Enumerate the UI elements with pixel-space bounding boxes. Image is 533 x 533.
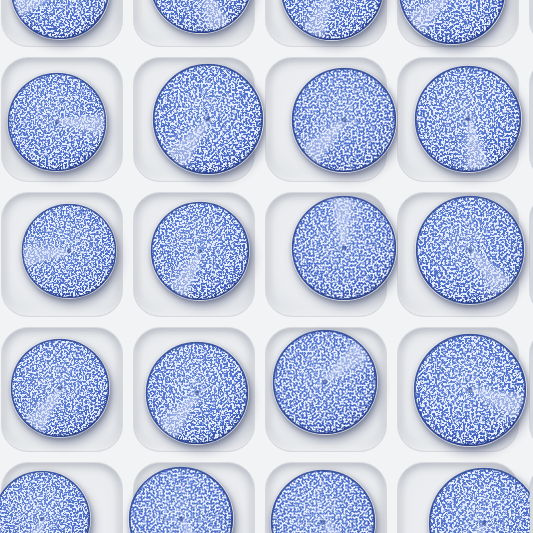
tray-compartment <box>0 187 128 322</box>
tray-compartment <box>0 322 128 457</box>
tray-compartment <box>128 187 260 322</box>
crystal-svg <box>272 329 378 435</box>
crystal-svg <box>413 333 527 447</box>
crystal-rhinestone <box>7 72 107 172</box>
tray-compartment <box>260 322 392 457</box>
tray-compartment <box>524 52 533 187</box>
crystal-svg <box>10 338 110 438</box>
crystal-svg <box>150 201 250 301</box>
crystal-rhinestone <box>415 195 525 305</box>
crystal-svg <box>21 203 117 299</box>
tray-compartment <box>524 322 533 457</box>
tray-compartment <box>128 0 260 52</box>
crystal-svg <box>428 467 533 533</box>
tray-compartment <box>392 52 524 187</box>
bead-tray-board <box>0 0 533 533</box>
tray-compartment <box>260 52 392 187</box>
tray-compartment <box>260 187 392 322</box>
crystal-svg <box>398 0 506 45</box>
tray-compartment <box>392 187 524 322</box>
crystal-rhinestone <box>413 333 527 447</box>
tray-compartment <box>128 322 260 457</box>
crystal-rhinestone <box>398 0 506 45</box>
crystal-svg <box>414 65 522 173</box>
tray-compartment <box>524 187 533 322</box>
tray-compartment <box>0 457 128 533</box>
crystal-rhinestone <box>10 0 110 40</box>
crystal-svg <box>7 72 107 172</box>
tray-compartment <box>524 0 533 52</box>
tray-compartment <box>128 457 260 533</box>
tray-compartment <box>0 52 128 187</box>
crystal-svg <box>152 63 264 175</box>
crystal-rhinestone <box>152 63 264 175</box>
tray-compartment <box>128 52 260 187</box>
crystal-svg <box>280 0 384 41</box>
crystal-svg <box>10 0 110 40</box>
crystal-rhinestone <box>145 341 249 445</box>
crystal-svg <box>128 466 234 533</box>
crystal-rhinestone <box>270 469 376 533</box>
tray-compartment <box>0 0 128 52</box>
crystal-rhinestone <box>280 0 384 41</box>
crystal-rhinestone <box>414 65 522 173</box>
tray-compartment <box>260 0 392 52</box>
tray-compartment <box>392 322 524 457</box>
crystal-rhinestone <box>149 0 253 34</box>
crystal-rhinestone <box>150 201 250 301</box>
crystal-svg <box>145 341 249 445</box>
crystal-rhinestone <box>21 203 117 299</box>
crystal-svg <box>291 195 397 301</box>
tray-compartment <box>392 457 524 533</box>
photo-viewport <box>0 0 533 533</box>
crystal-svg <box>0 470 91 533</box>
crystal-svg <box>415 195 525 305</box>
crystal-svg <box>270 469 376 533</box>
tray-compartment <box>524 457 533 533</box>
tray-compartment <box>260 457 392 533</box>
crystal-rhinestone <box>272 329 378 435</box>
crystal-rhinestone <box>291 195 397 301</box>
crystal-rhinestone <box>10 338 110 438</box>
crystal-rhinestone <box>128 466 234 533</box>
crystal-svg <box>291 67 397 173</box>
tray-compartment <box>392 0 524 52</box>
crystal-rhinestone <box>428 467 533 533</box>
crystal-rhinestone <box>291 67 397 173</box>
crystal-rhinestone <box>0 470 91 533</box>
crystal-svg <box>149 0 253 34</box>
